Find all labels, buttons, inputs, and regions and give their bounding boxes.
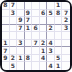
cell-r6c1[interactable]: 1 (2, 40, 10, 48)
cell-r1c4[interactable] (25, 2, 33, 10)
cell-r6c5[interactable]: 7 (32, 40, 40, 48)
cell-r7c2[interactable] (10, 47, 18, 55)
cell-r6c7[interactable]: 4 (47, 40, 55, 48)
cell-r8c9[interactable] (62, 55, 70, 63)
cell-r9c2[interactable]: 5 (10, 62, 18, 70)
cell-r9c7[interactable]: 4 (47, 62, 55, 70)
cell-r8c2[interactable]: 2 (10, 55, 18, 63)
cell-r5c4[interactable] (25, 32, 33, 40)
cell-r6c2[interactable] (10, 40, 18, 48)
cell-r8c4[interactable]: 8 (25, 55, 33, 63)
cell-r3c9[interactable]: 2 (62, 17, 70, 25)
cell-r8c6[interactable]: 4 (40, 55, 48, 63)
cell-r3c5[interactable] (32, 17, 40, 25)
cell-r2c7[interactable]: 5 (47, 10, 55, 18)
cell-r3c8[interactable] (55, 17, 63, 25)
cell-r9c5[interactable] (32, 62, 40, 70)
cell-r6c6[interactable]: 2 (40, 40, 48, 48)
cell-r5c9[interactable] (62, 32, 70, 40)
cell-r1c3[interactable] (17, 2, 25, 10)
cell-r2c9[interactable]: 7 (62, 10, 70, 18)
cell-r1c2[interactable]: 7 (10, 2, 18, 10)
cell-r4c3[interactable]: 7 (17, 25, 25, 33)
cell-r6c4[interactable] (25, 40, 33, 48)
cell-r4c6[interactable] (40, 25, 48, 33)
cell-r4c5[interactable]: 6 (32, 25, 40, 33)
cell-r4c8[interactable] (55, 25, 63, 33)
cell-r9c6[interactable] (40, 62, 48, 70)
cell-r7c5[interactable] (32, 47, 40, 55)
cell-r3c4[interactable]: 7 (25, 17, 33, 25)
cell-r6c8[interactable] (55, 40, 63, 48)
cell-r2c2[interactable]: 3 (10, 10, 18, 18)
cell-r9c8[interactable]: 1 (55, 62, 63, 70)
cell-r3c3[interactable]: 9 (17, 17, 25, 25)
cell-r4c4[interactable]: 1 (25, 25, 33, 33)
cell-r8c5[interactable] (32, 55, 40, 63)
cell-r2c6[interactable]: 6 (40, 10, 48, 18)
cell-r7c6[interactable]: 1 (40, 47, 48, 55)
cell-r4c9[interactable]: 3 (62, 25, 70, 33)
cell-r5c8[interactable] (55, 32, 63, 40)
cell-r4c1[interactable] (2, 25, 10, 33)
cell-r2c1[interactable] (2, 10, 10, 18)
cell-r7c7[interactable]: 3 (47, 47, 55, 55)
cell-r2c4[interactable]: 9 (25, 10, 33, 18)
cell-r1c8[interactable]: 1 (55, 2, 63, 10)
cell-r4c7[interactable]: 2 (47, 25, 55, 33)
cell-r7c9[interactable] (62, 47, 70, 55)
cell-r5c5[interactable] (32, 32, 40, 40)
cell-r5c6[interactable] (40, 32, 48, 40)
cell-r1c7[interactable] (47, 2, 55, 10)
cell-r8c3[interactable]: 1 (17, 55, 25, 63)
sudoku-board: 8713965879727162313724713921845541 (2, 2, 70, 70)
cell-r4c2[interactable] (10, 25, 18, 33)
cell-r7c4[interactable] (25, 47, 33, 55)
cell-r9c3[interactable] (17, 62, 25, 70)
cell-r8c7[interactable] (47, 55, 55, 63)
cell-r9c9[interactable] (62, 62, 70, 70)
cell-r2c3[interactable] (17, 10, 25, 18)
cell-r2c8[interactable]: 8 (55, 10, 63, 18)
cell-r7c8[interactable] (55, 47, 63, 55)
cell-r5c1[interactable] (2, 32, 10, 40)
cell-r1c6[interactable] (40, 2, 48, 10)
cell-r9c1[interactable] (2, 62, 10, 70)
cell-r5c3[interactable] (17, 32, 25, 40)
cell-r3c7[interactable] (47, 17, 55, 25)
sudoku-frame: 8713965879727162313724713921845541 (0, 0, 72, 72)
cell-r7c3[interactable] (17, 47, 25, 55)
cell-r7c1[interactable]: 7 (2, 47, 10, 55)
cell-r6c3[interactable]: 3 (17, 40, 25, 48)
cell-r1c5[interactable] (32, 2, 40, 10)
cell-r6c9[interactable] (62, 40, 70, 48)
cell-r2c5[interactable] (32, 10, 40, 18)
cell-r1c1[interactable]: 8 (2, 2, 10, 10)
cell-r3c1[interactable] (2, 17, 10, 25)
cell-r5c2[interactable] (10, 32, 18, 40)
cell-r5c7[interactable] (47, 32, 55, 40)
cell-r1c9[interactable] (62, 2, 70, 10)
cell-r9c4[interactable] (25, 62, 33, 70)
cell-r3c2[interactable] (10, 17, 18, 25)
cell-r8c1[interactable]: 9 (2, 55, 10, 63)
cell-r8c8[interactable]: 5 (55, 55, 63, 63)
cell-r3c6[interactable] (40, 17, 48, 25)
